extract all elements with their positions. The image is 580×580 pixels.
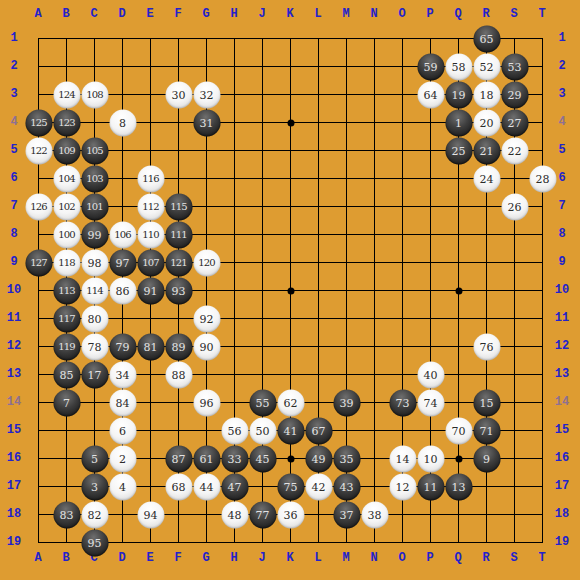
move-number: 12	[396, 481, 410, 492]
star-point	[287, 455, 294, 462]
move-number: 124	[58, 90, 75, 100]
move-number: 95	[88, 537, 102, 548]
column-label-bottom: J	[258, 551, 265, 565]
black-stone-95: 95	[81, 529, 108, 556]
white-stone-80: 80	[81, 305, 108, 332]
move-number: 5	[91, 453, 98, 464]
row-label-right: 2	[558, 59, 565, 73]
black-stone-15: 15	[473, 389, 500, 416]
black-stone-71: 71	[473, 417, 500, 444]
row-label-left: 8	[10, 227, 17, 241]
white-stone-94: 94	[137, 501, 164, 528]
black-stone-37: 37	[333, 501, 360, 528]
grid-line-vertical	[374, 38, 375, 543]
row-label-left: 18	[7, 507, 21, 521]
white-stone-50: 50	[249, 417, 276, 444]
row-label-right: 14	[555, 395, 569, 409]
star-point	[287, 119, 294, 126]
black-stone-61: 61	[193, 445, 220, 472]
move-number: 45	[256, 453, 270, 464]
move-number: 8	[119, 117, 126, 128]
black-stone-107: 107	[137, 249, 164, 276]
move-number: 4	[119, 481, 126, 492]
move-number: 48	[228, 509, 242, 520]
row-label-left: 7	[10, 199, 17, 213]
column-label-bottom: L	[314, 551, 321, 565]
row-label-right: 3	[558, 87, 565, 101]
move-number: 15	[480, 397, 494, 408]
move-number: 17	[88, 369, 102, 380]
black-stone-113: 113	[53, 277, 80, 304]
black-stone-19: 19	[445, 81, 472, 108]
move-number: 43	[340, 481, 354, 492]
black-stone-55: 55	[249, 389, 276, 416]
column-label-bottom: O	[398, 551, 405, 565]
move-number: 106	[114, 230, 131, 240]
move-number: 119	[58, 342, 75, 352]
white-stone-98: 98	[81, 249, 108, 276]
row-label-right: 7	[558, 199, 565, 213]
move-number: 2	[119, 453, 126, 464]
black-stone-27: 27	[501, 109, 528, 136]
move-number: 20	[480, 117, 494, 128]
column-label-top: L	[314, 7, 321, 21]
white-stone-116: 116	[137, 165, 164, 192]
black-stone-5: 5	[81, 445, 108, 472]
move-number: 104	[58, 174, 75, 184]
move-number: 58	[452, 61, 466, 72]
black-stone-31: 31	[193, 109, 220, 136]
move-number: 65	[480, 33, 494, 44]
white-stone-32: 32	[193, 81, 220, 108]
move-number: 68	[172, 481, 186, 492]
move-number: 32	[200, 89, 214, 100]
move-number: 55	[256, 397, 270, 408]
move-number: 28	[536, 173, 550, 184]
move-number: 52	[480, 61, 494, 72]
black-stone-7: 7	[53, 389, 80, 416]
white-stone-96: 96	[193, 389, 220, 416]
black-stone-91: 91	[137, 277, 164, 304]
move-number: 67	[312, 425, 326, 436]
white-stone-84: 84	[109, 389, 136, 416]
white-stone-112: 112	[137, 193, 164, 220]
white-stone-58: 58	[445, 53, 472, 80]
move-number: 101	[86, 202, 103, 212]
row-label-left: 11	[7, 311, 21, 325]
column-label-bottom: D	[118, 551, 125, 565]
column-label-top: B	[62, 7, 69, 21]
white-stone-48: 48	[221, 501, 248, 528]
move-number: 107	[142, 258, 159, 268]
column-label-top: T	[538, 7, 545, 21]
grid-line-horizontal	[38, 542, 543, 543]
black-stone-97: 97	[109, 249, 136, 276]
move-number: 112	[142, 202, 159, 212]
move-number: 47	[228, 481, 242, 492]
black-stone-13: 13	[445, 473, 472, 500]
black-stone-45: 45	[249, 445, 276, 472]
move-number: 79	[116, 341, 130, 352]
move-number: 92	[200, 313, 214, 324]
row-label-left: 3	[10, 87, 17, 101]
white-stone-20: 20	[473, 109, 500, 136]
black-stone-101: 101	[81, 193, 108, 220]
black-stone-75: 75	[277, 473, 304, 500]
black-stone-67: 67	[305, 417, 332, 444]
move-number: 74	[424, 397, 438, 408]
row-label-left: 9	[10, 255, 17, 269]
move-number: 116	[142, 174, 159, 184]
move-number: 87	[172, 453, 186, 464]
white-stone-6: 6	[109, 417, 136, 444]
white-stone-8: 8	[109, 109, 136, 136]
move-number: 98	[88, 257, 102, 268]
move-number: 82	[88, 509, 102, 520]
white-stone-42: 42	[305, 473, 332, 500]
column-label-bottom: F	[174, 551, 181, 565]
star-point	[455, 455, 462, 462]
column-label-bottom: E	[146, 551, 153, 565]
black-stone-119: 119	[53, 333, 80, 360]
black-stone-123: 123	[53, 109, 80, 136]
black-stone-85: 85	[53, 361, 80, 388]
black-stone-35: 35	[333, 445, 360, 472]
black-stone-115: 115	[165, 193, 192, 220]
column-label-top: G	[202, 7, 209, 21]
move-number: 9	[483, 453, 490, 464]
row-label-right: 8	[558, 227, 565, 241]
grid-line-horizontal	[38, 318, 543, 319]
move-number: 44	[200, 481, 214, 492]
row-label-right: 4	[558, 115, 565, 129]
move-number: 25	[452, 145, 466, 156]
black-stone-39: 39	[333, 389, 360, 416]
move-number: 86	[116, 285, 130, 296]
black-stone-25: 25	[445, 137, 472, 164]
black-stone-109: 109	[53, 137, 80, 164]
column-label-top: C	[90, 7, 97, 21]
move-number: 76	[480, 341, 494, 352]
move-number: 7	[63, 397, 70, 408]
column-label-bottom: B	[62, 551, 69, 565]
column-label-bottom: S	[510, 551, 517, 565]
black-stone-89: 89	[165, 333, 192, 360]
move-number: 84	[116, 397, 130, 408]
white-stone-2: 2	[109, 445, 136, 472]
row-label-right: 6	[558, 171, 565, 185]
white-stone-100: 100	[53, 221, 80, 248]
move-number: 83	[60, 509, 74, 520]
black-stone-121: 121	[165, 249, 192, 276]
grid-line-vertical	[542, 38, 543, 543]
column-label-top: R	[482, 7, 489, 21]
move-number: 100	[58, 230, 75, 240]
move-number: 120	[198, 258, 215, 268]
black-stone-87: 87	[165, 445, 192, 472]
white-stone-38: 38	[361, 501, 388, 528]
black-stone-81: 81	[137, 333, 164, 360]
black-stone-9: 9	[473, 445, 500, 472]
row-label-right: 18	[555, 507, 569, 521]
white-stone-62: 62	[277, 389, 304, 416]
row-label-right: 15	[555, 423, 569, 437]
move-number: 88	[172, 369, 186, 380]
white-stone-4: 4	[109, 473, 136, 500]
column-label-top: E	[146, 7, 153, 21]
white-stone-10: 10	[417, 445, 444, 472]
white-stone-52: 52	[473, 53, 500, 80]
move-number: 10	[424, 453, 438, 464]
move-number: 108	[86, 90, 103, 100]
move-number: 113	[58, 286, 75, 296]
row-label-right: 9	[558, 255, 565, 269]
move-number: 29	[508, 89, 522, 100]
black-stone-99: 99	[81, 221, 108, 248]
black-stone-41: 41	[277, 417, 304, 444]
column-label-bottom: N	[370, 551, 377, 565]
white-stone-124: 124	[53, 81, 80, 108]
black-stone-111: 111	[165, 221, 192, 248]
black-stone-49: 49	[305, 445, 332, 472]
column-label-bottom: G	[202, 551, 209, 565]
black-stone-73: 73	[389, 389, 416, 416]
black-stone-53: 53	[501, 53, 528, 80]
row-label-left: 12	[7, 339, 21, 353]
column-label-top: P	[426, 7, 433, 21]
white-stone-88: 88	[165, 361, 192, 388]
move-number: 13	[452, 481, 466, 492]
move-number: 39	[340, 397, 354, 408]
column-label-top: N	[370, 7, 377, 21]
row-label-right: 13	[555, 367, 569, 381]
row-label-left: 1	[10, 31, 17, 45]
white-stone-108: 108	[81, 81, 108, 108]
black-stone-47: 47	[221, 473, 248, 500]
move-number: 105	[86, 146, 103, 156]
star-point	[287, 287, 294, 294]
move-number: 49	[312, 453, 326, 464]
move-number: 11	[424, 481, 438, 492]
column-label-top: K	[286, 7, 293, 21]
black-stone-105: 105	[81, 137, 108, 164]
move-number: 78	[88, 341, 102, 352]
column-label-top: O	[398, 7, 405, 21]
white-stone-12: 12	[389, 473, 416, 500]
move-number: 40	[424, 369, 438, 380]
move-number: 35	[340, 453, 354, 464]
white-stone-18: 18	[473, 81, 500, 108]
black-stone-59: 59	[417, 53, 444, 80]
black-stone-77: 77	[249, 501, 276, 528]
move-number: 64	[424, 89, 438, 100]
move-number: 50	[256, 425, 270, 436]
move-number: 123	[58, 118, 75, 128]
move-number: 14	[396, 453, 410, 464]
black-stone-127: 127	[25, 249, 52, 276]
move-number: 31	[200, 117, 214, 128]
white-stone-122: 122	[25, 137, 52, 164]
row-label-left: 19	[7, 535, 21, 549]
column-label-top: D	[118, 7, 125, 21]
white-stone-118: 118	[53, 249, 80, 276]
move-number: 111	[170, 230, 187, 240]
move-number: 89	[172, 341, 186, 352]
row-label-right: 17	[555, 479, 569, 493]
row-label-right: 11	[555, 311, 569, 325]
white-stone-64: 64	[417, 81, 444, 108]
move-number: 109	[58, 146, 75, 156]
move-number: 122	[30, 146, 47, 156]
white-stone-30: 30	[165, 81, 192, 108]
row-label-left: 16	[7, 451, 21, 465]
row-label-right: 16	[555, 451, 569, 465]
move-number: 126	[30, 202, 47, 212]
move-number: 36	[284, 509, 298, 520]
move-number: 81	[144, 341, 158, 352]
row-label-left: 5	[10, 143, 17, 157]
white-stone-26: 26	[501, 193, 528, 220]
move-number: 97	[116, 257, 130, 268]
move-number: 99	[88, 229, 102, 240]
move-number: 34	[116, 369, 130, 380]
black-stone-65: 65	[473, 25, 500, 52]
row-label-left: 2	[10, 59, 17, 73]
move-number: 3	[91, 481, 98, 492]
move-number: 73	[396, 397, 410, 408]
white-stone-76: 76	[473, 333, 500, 360]
move-number: 114	[86, 286, 103, 296]
move-number: 96	[200, 397, 214, 408]
row-label-left: 15	[7, 423, 21, 437]
move-number: 38	[368, 509, 382, 520]
column-label-bottom: T	[538, 551, 545, 565]
white-stone-106: 106	[109, 221, 136, 248]
white-stone-28: 28	[529, 165, 556, 192]
move-number: 30	[172, 89, 186, 100]
move-number: 42	[312, 481, 326, 492]
white-stone-110: 110	[137, 221, 164, 248]
black-stone-17: 17	[81, 361, 108, 388]
column-label-top: A	[34, 7, 41, 21]
move-number: 6	[119, 425, 126, 436]
move-number: 110	[142, 230, 159, 240]
move-number: 118	[58, 258, 75, 268]
move-number: 21	[480, 145, 494, 156]
white-stone-114: 114	[81, 277, 108, 304]
move-number: 93	[172, 285, 186, 296]
column-label-top: H	[230, 7, 237, 21]
row-label-left: 14	[7, 395, 21, 409]
move-number: 75	[284, 481, 298, 492]
move-number: 37	[340, 509, 354, 520]
move-number: 56	[228, 425, 242, 436]
column-label-bottom: H	[230, 551, 237, 565]
black-stone-29: 29	[501, 81, 528, 108]
white-stone-102: 102	[53, 193, 80, 220]
star-point	[455, 287, 462, 294]
move-number: 41	[284, 425, 298, 436]
row-label-left: 4	[10, 115, 17, 129]
white-stone-36: 36	[277, 501, 304, 528]
white-stone-104: 104	[53, 165, 80, 192]
move-number: 103	[86, 174, 103, 184]
column-label-top: J	[258, 7, 265, 21]
column-label-bottom: A	[34, 551, 41, 565]
white-stone-14: 14	[389, 445, 416, 472]
white-stone-126: 126	[25, 193, 52, 220]
move-number: 62	[284, 397, 298, 408]
white-stone-44: 44	[193, 473, 220, 500]
move-number: 26	[508, 201, 522, 212]
move-number: 125	[30, 118, 47, 128]
white-stone-70: 70	[445, 417, 472, 444]
column-label-bottom: R	[482, 551, 489, 565]
move-number: 18	[480, 89, 494, 100]
black-stone-103: 103	[81, 165, 108, 192]
move-number: 71	[480, 425, 494, 436]
column-label-bottom: Q	[454, 551, 461, 565]
white-stone-22: 22	[501, 137, 528, 164]
black-stone-117: 117	[53, 305, 80, 332]
row-label-left: 13	[7, 367, 21, 381]
move-number: 90	[200, 341, 214, 352]
white-stone-120: 120	[193, 249, 220, 276]
row-label-right: 10	[555, 283, 569, 297]
row-label-right: 1	[558, 31, 565, 45]
row-label-right: 12	[555, 339, 569, 353]
go-board-diagram: AABBCCDDEEFFGGHHJJKKLLMMNNOOPPQQRRSSTT11…	[0, 0, 580, 580]
move-number: 102	[58, 202, 75, 212]
row-label-left: 17	[7, 479, 21, 493]
column-label-bottom: P	[426, 551, 433, 565]
white-stone-92: 92	[193, 305, 220, 332]
move-number: 85	[60, 369, 74, 380]
move-number: 77	[256, 509, 270, 520]
black-stone-125: 125	[25, 109, 52, 136]
move-number: 121	[170, 258, 187, 268]
column-label-top: M	[342, 7, 349, 21]
black-stone-11: 11	[417, 473, 444, 500]
move-number: 59	[424, 61, 438, 72]
column-label-bottom: M	[342, 551, 349, 565]
move-number: 53	[508, 61, 522, 72]
white-stone-40: 40	[417, 361, 444, 388]
move-number: 70	[452, 425, 466, 436]
move-number: 27	[508, 117, 522, 128]
move-number: 19	[452, 89, 466, 100]
black-stone-83: 83	[53, 501, 80, 528]
move-number: 1	[455, 117, 462, 128]
move-number: 127	[30, 258, 47, 268]
white-stone-34: 34	[109, 361, 136, 388]
row-label-right: 19	[555, 535, 569, 549]
white-stone-68: 68	[165, 473, 192, 500]
white-stone-82: 82	[81, 501, 108, 528]
white-stone-74: 74	[417, 389, 444, 416]
row-label-left: 10	[7, 283, 21, 297]
column-label-top: S	[510, 7, 517, 21]
white-stone-78: 78	[81, 333, 108, 360]
black-stone-33: 33	[221, 445, 248, 472]
column-label-top: F	[174, 7, 181, 21]
white-stone-90: 90	[193, 333, 220, 360]
black-stone-3: 3	[81, 473, 108, 500]
white-stone-86: 86	[109, 277, 136, 304]
black-stone-43: 43	[333, 473, 360, 500]
white-stone-24: 24	[473, 165, 500, 192]
row-label-right: 5	[558, 143, 565, 157]
